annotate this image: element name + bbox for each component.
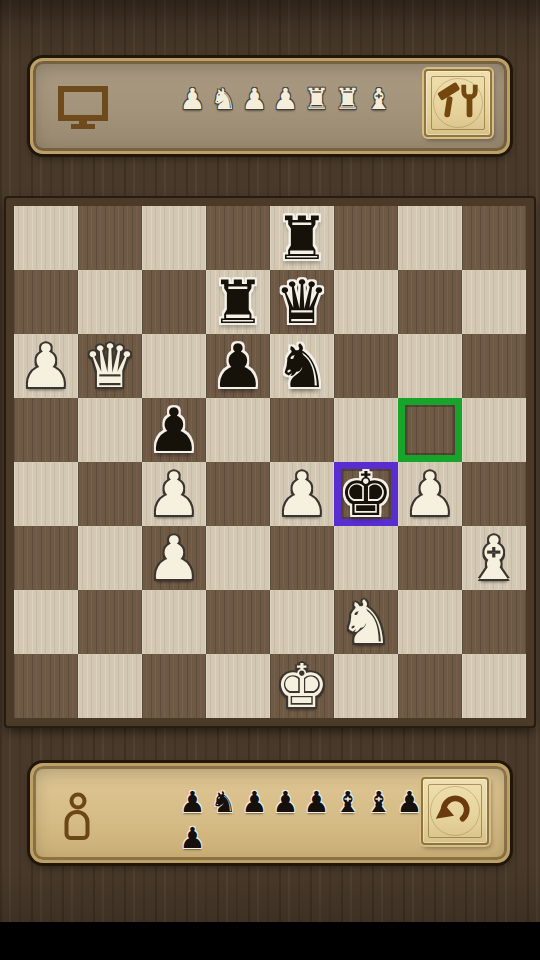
white-pawn: ♟	[270, 462, 334, 526]
square-d2[interactable]	[206, 590, 270, 654]
black-pawn: ♟	[142, 398, 206, 462]
white-pawn: ♟	[142, 526, 206, 590]
square-g7[interactable]	[398, 270, 462, 334]
square-a7[interactable]	[14, 270, 78, 334]
square-c6[interactable]	[142, 334, 206, 398]
opponent-panel: ♟♞♟♟♜♜♝	[30, 58, 510, 154]
white-pawn: ♟	[142, 462, 206, 526]
square-a3[interactable]	[14, 526, 78, 590]
captured-white-rook: ♜	[333, 83, 362, 115]
square-e5[interactable]	[270, 398, 334, 462]
square-c4[interactable]: ♟	[142, 462, 206, 526]
square-a6[interactable]: ♟	[14, 334, 78, 398]
chess-board: ♜♜♛♟♛♟♞♟♟♟♚♟♟♝♞♚	[6, 198, 534, 726]
square-g6[interactable]	[398, 334, 462, 398]
square-h7[interactable]	[462, 270, 526, 334]
square-b1[interactable]	[78, 654, 142, 718]
chess-app-screen: ♟♞♟♟♜♜♝ ♜♜♛♟♛♟♞♟♟♟♚♟♟♝♞♚	[0, 0, 540, 960]
square-b8[interactable]	[78, 206, 142, 270]
captured-white-rook: ♜	[302, 83, 331, 115]
square-a4[interactable]	[14, 462, 78, 526]
square-g5-move-target[interactable]	[398, 398, 462, 462]
square-e8[interactable]: ♜	[270, 206, 334, 270]
captured-white-knight: ♞	[209, 83, 238, 115]
computer-player-icon	[57, 85, 109, 135]
square-b5[interactable]	[78, 398, 142, 462]
square-d4[interactable]	[206, 462, 270, 526]
white-queen: ♛	[78, 334, 142, 398]
square-b4[interactable]	[78, 462, 142, 526]
black-pawn: ♟	[206, 334, 270, 398]
square-f2[interactable]: ♞	[334, 590, 398, 654]
square-b2[interactable]	[78, 590, 142, 654]
square-a1[interactable]	[14, 654, 78, 718]
square-f6[interactable]	[334, 334, 398, 398]
captured-black-pawn: ♟	[178, 822, 207, 854]
square-h6[interactable]	[462, 334, 526, 398]
square-c2[interactable]	[142, 590, 206, 654]
captured-black-pawn: ♟	[395, 786, 424, 818]
square-c8[interactable]	[142, 206, 206, 270]
undo-button[interactable]	[421, 777, 489, 845]
square-c1[interactable]	[142, 654, 206, 718]
square-d6[interactable]: ♟	[206, 334, 270, 398]
white-pawn: ♟	[398, 462, 462, 526]
square-h4[interactable]	[462, 462, 526, 526]
hammer-wrench-icon	[435, 79, 481, 128]
square-d8[interactable]	[206, 206, 270, 270]
captured-white-bishop: ♝	[364, 83, 393, 115]
undo-arrow-icon	[432, 787, 478, 836]
square-h5[interactable]	[462, 398, 526, 462]
black-king: ♚	[334, 462, 398, 526]
square-e2[interactable]	[270, 590, 334, 654]
square-e6[interactable]: ♞	[270, 334, 334, 398]
square-h1[interactable]	[462, 654, 526, 718]
square-c5[interactable]: ♟	[142, 398, 206, 462]
square-b3[interactable]	[78, 526, 142, 590]
settings-tools-button[interactable]	[424, 69, 492, 137]
captured-black-pawn: ♟	[178, 786, 207, 818]
captured-white-pawn: ♟	[240, 83, 269, 115]
square-g3[interactable]	[398, 526, 462, 590]
captured-white-pawn: ♟	[271, 83, 300, 115]
white-king: ♚	[270, 654, 334, 718]
square-f4-selected[interactable]: ♚	[334, 462, 398, 526]
human-player-icon	[63, 792, 91, 844]
square-h2[interactable]	[462, 590, 526, 654]
square-f8[interactable]	[334, 206, 398, 270]
black-knight: ♞	[270, 334, 334, 398]
captured-black-pawn: ♟	[271, 786, 300, 818]
square-d7[interactable]: ♜	[206, 270, 270, 334]
square-f7[interactable]	[334, 270, 398, 334]
captured-white-pieces-tray: ♟♞♟♟♜♜♝	[178, 83, 393, 115]
square-g2[interactable]	[398, 590, 462, 654]
square-h8[interactable]	[462, 206, 526, 270]
square-e7[interactable]: ♛	[270, 270, 334, 334]
captured-black-pieces-tray-row2: ♟	[178, 822, 207, 854]
square-g8[interactable]	[398, 206, 462, 270]
square-b7[interactable]	[78, 270, 142, 334]
square-a2[interactable]	[14, 590, 78, 654]
captured-black-pawn: ♟	[302, 786, 331, 818]
square-f3[interactable]	[334, 526, 398, 590]
square-d5[interactable]	[206, 398, 270, 462]
captured-black-bishop: ♝	[333, 786, 362, 818]
square-g1[interactable]	[398, 654, 462, 718]
black-rook: ♜	[206, 270, 270, 334]
captured-white-pawn: ♟	[178, 83, 207, 115]
captured-black-pawn: ♟	[240, 786, 269, 818]
square-f5[interactable]	[334, 398, 398, 462]
square-e4[interactable]: ♟	[270, 462, 334, 526]
square-e1[interactable]: ♚	[270, 654, 334, 718]
square-b6[interactable]: ♛	[78, 334, 142, 398]
captured-black-bishop: ♝	[364, 786, 393, 818]
white-knight: ♞	[334, 590, 398, 654]
square-a8[interactable]	[14, 206, 78, 270]
square-c3[interactable]: ♟	[142, 526, 206, 590]
square-d3[interactable]	[206, 526, 270, 590]
square-a5[interactable]	[14, 398, 78, 462]
square-f1[interactable]	[334, 654, 398, 718]
system-nav-bar	[0, 922, 540, 960]
black-queen: ♛	[270, 270, 334, 334]
white-bishop: ♝	[462, 526, 526, 590]
square-c7[interactable]	[142, 270, 206, 334]
square-e3[interactable]	[270, 526, 334, 590]
player-panel: ♟♞♟♟♟♝♝♟ ♟	[30, 763, 510, 863]
captured-black-pieces-tray-row1: ♟♞♟♟♟♝♝♟	[178, 786, 424, 818]
board-grid: ♜♜♛♟♛♟♞♟♟♟♚♟♟♝♞♚	[14, 206, 526, 718]
captured-black-knight: ♞	[209, 786, 238, 818]
square-g4[interactable]: ♟	[398, 462, 462, 526]
square-h3[interactable]: ♝	[462, 526, 526, 590]
square-d1[interactable]	[206, 654, 270, 718]
white-pawn: ♟	[14, 334, 78, 398]
black-rook: ♜	[270, 206, 334, 270]
